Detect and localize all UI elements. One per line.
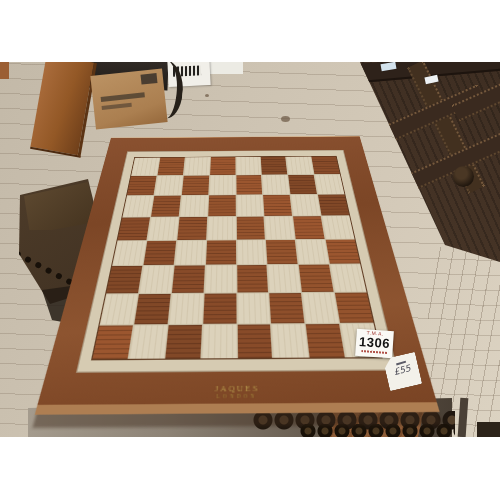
board-square bbox=[127, 176, 156, 195]
board-square bbox=[210, 157, 235, 175]
board-square bbox=[143, 240, 176, 265]
board-square bbox=[326, 239, 360, 264]
trunk-label bbox=[424, 75, 438, 85]
board-square bbox=[165, 325, 202, 359]
board-square bbox=[206, 240, 236, 265]
trunk-clasp bbox=[453, 166, 474, 187]
board-square bbox=[209, 175, 235, 194]
board-square bbox=[207, 217, 236, 240]
lot-number: 1306 bbox=[356, 335, 394, 351]
board-square bbox=[106, 266, 142, 293]
board-square bbox=[302, 293, 339, 323]
box-print bbox=[101, 92, 145, 102]
board-square bbox=[139, 266, 173, 293]
board-square bbox=[147, 217, 178, 240]
board-square bbox=[92, 326, 132, 360]
board-square bbox=[296, 239, 329, 264]
board-square bbox=[315, 175, 345, 194]
board-square bbox=[270, 293, 305, 323]
board-square bbox=[118, 217, 150, 240]
board-square bbox=[123, 196, 154, 217]
photo-area: JAQUES LONDON T.M.A. 1306 £55 bbox=[0, 62, 500, 437]
board-square bbox=[157, 157, 184, 175]
board-square bbox=[168, 294, 203, 324]
board-square bbox=[203, 294, 236, 324]
brand-inlay: JAQUES LONDON bbox=[39, 383, 436, 401]
board-square bbox=[265, 216, 295, 239]
board-square bbox=[293, 216, 324, 239]
board-square bbox=[272, 324, 309, 358]
board-square bbox=[177, 217, 207, 240]
board-square bbox=[291, 194, 321, 215]
board-square bbox=[134, 294, 170, 324]
leaning-wooden-plank bbox=[30, 62, 97, 158]
board-square bbox=[208, 195, 235, 216]
board-square bbox=[151, 195, 181, 216]
board-square bbox=[174, 240, 205, 265]
board-square bbox=[236, 216, 265, 239]
box-print bbox=[102, 103, 132, 110]
floor-knot bbox=[205, 94, 209, 97]
board-square bbox=[266, 240, 298, 265]
auction-lot-sticker: T.M.A. 1306 bbox=[355, 329, 394, 359]
board-square bbox=[237, 265, 269, 292]
board-square bbox=[263, 195, 292, 216]
board-square bbox=[311, 156, 339, 174]
board-square bbox=[318, 194, 349, 215]
board-square bbox=[322, 216, 355, 239]
board-square bbox=[237, 293, 270, 323]
board-square bbox=[236, 175, 263, 194]
board-square bbox=[262, 175, 290, 194]
dark-curved-strap bbox=[140, 62, 186, 120]
brand-sub: LONDON bbox=[39, 393, 436, 401]
board-square bbox=[236, 240, 266, 265]
board-square bbox=[330, 265, 366, 292]
board-square bbox=[306, 324, 345, 358]
board-square bbox=[184, 157, 210, 175]
auction-photo-canvas: JAQUES LONDON T.M.A. 1306 £55 bbox=[0, 0, 500, 500]
board-square bbox=[112, 241, 146, 266]
carved-gadroon-edge bbox=[300, 424, 455, 437]
wooden-offcut bbox=[0, 62, 9, 79]
trunk-metal-strap bbox=[380, 131, 500, 202]
board-square bbox=[286, 157, 313, 175]
board-square bbox=[268, 265, 301, 292]
board-square bbox=[299, 265, 334, 292]
board-square bbox=[237, 325, 272, 359]
board-square bbox=[201, 325, 236, 359]
floor-knot bbox=[281, 116, 290, 122]
board-square bbox=[288, 175, 317, 194]
carved-table-foot bbox=[477, 422, 500, 437]
board-squares-grid bbox=[91, 156, 383, 361]
board-square bbox=[172, 266, 205, 293]
board-square bbox=[179, 195, 207, 216]
board-square bbox=[261, 157, 287, 175]
board-square bbox=[182, 175, 209, 194]
chess-board: JAQUES LONDON bbox=[35, 136, 440, 415]
board-square bbox=[129, 325, 167, 359]
board-square bbox=[236, 195, 264, 216]
board-square bbox=[204, 266, 236, 293]
white-box bbox=[209, 62, 243, 74]
board-square bbox=[154, 176, 182, 195]
board-square bbox=[335, 293, 373, 323]
board-square bbox=[131, 158, 159, 176]
board-square bbox=[236, 157, 261, 175]
board-square bbox=[100, 294, 138, 324]
